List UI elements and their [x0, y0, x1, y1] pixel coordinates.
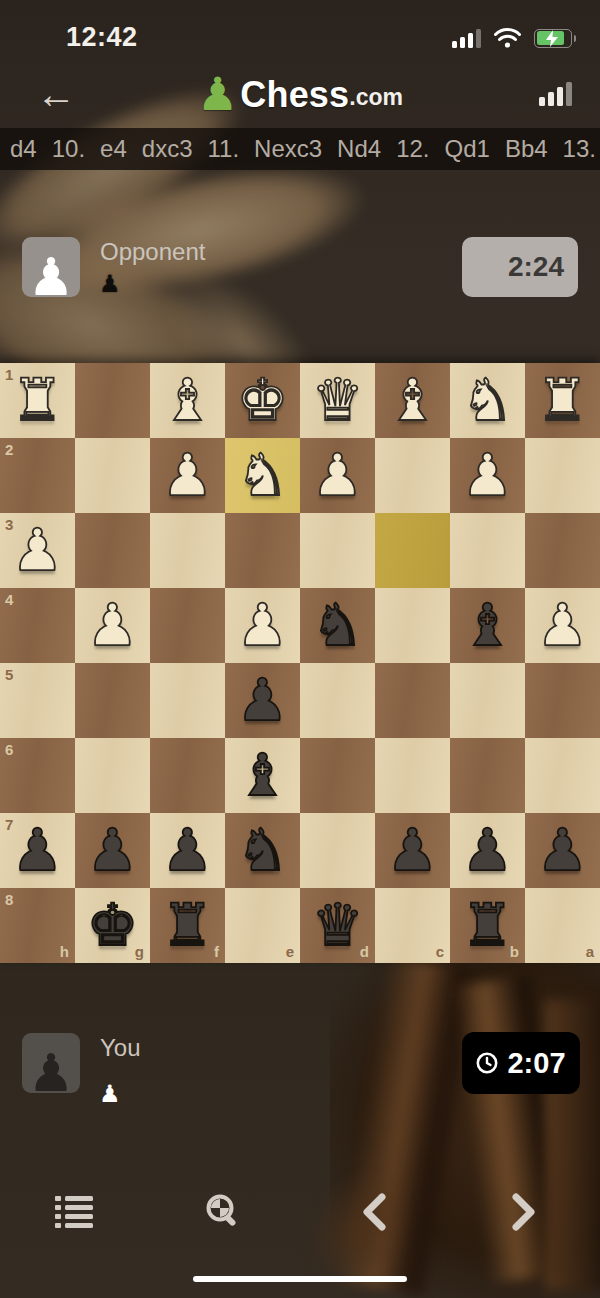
square-h5[interactable]: 5 [0, 663, 75, 738]
piece-white-pawn: ♟ [12, 513, 64, 588]
piece-black-pawn: ♟ [12, 813, 64, 888]
move-token[interactable]: 12. [396, 135, 429, 163]
piece-white-pawn: ♟ [537, 588, 589, 663]
square-h2[interactable]: 2 [0, 438, 75, 513]
you-name[interactable]: You [100, 1034, 141, 1062]
piece-black-knight: ♞ [237, 813, 289, 888]
square-b6[interactable] [450, 738, 525, 813]
square-b5[interactable] [450, 663, 525, 738]
battery-charging-icon [534, 29, 572, 48]
status-time: 12:42 [66, 22, 138, 53]
piece-white-pawn: ♟ [312, 438, 364, 513]
move-token[interactable]: Nexc3 [254, 135, 322, 163]
piece-black-rook: ♜ [162, 888, 214, 963]
square-e1[interactable]: ♚ [225, 363, 300, 438]
you-avatar-pawn-icon: ♟ [28, 1047, 75, 1093]
piece-black-bishop: ♝ [462, 588, 514, 663]
file-label-f: f [214, 944, 219, 959]
square-e2[interactable]: ♞ [225, 438, 300, 513]
piece-white-king: ♚ [237, 363, 289, 438]
square-f3[interactable] [150, 513, 225, 588]
piece-white-pawn: ♟ [87, 588, 139, 663]
photo-dark-pieces [335, 955, 476, 1295]
opponent-avatar-pawn-icon: ♟ [28, 251, 75, 297]
move-token[interactable]: Bb4 [505, 135, 548, 163]
move-list-button[interactable] [54, 1192, 94, 1232]
opponent-captured-black-pawn-icon: ♟ [99, 272, 121, 296]
square-h4[interactable]: 4 [0, 588, 75, 663]
square-h6[interactable]: 6 [0, 738, 75, 813]
square-e6[interactable]: ♝ [225, 738, 300, 813]
rank-label-5: 5 [5, 667, 13, 682]
piece-white-bishop: ♝ [387, 363, 439, 438]
rank-label-1: 1 [5, 367, 13, 382]
square-d6[interactable] [300, 738, 375, 813]
move-token[interactable]: 11. [207, 135, 239, 163]
move-token[interactable]: dxc3 [142, 135, 193, 163]
piece-black-rook: ♜ [462, 888, 514, 963]
square-g6[interactable] [75, 738, 150, 813]
analysis-magnifier-icon [204, 1192, 244, 1232]
move-list-bar[interactable]: d410.e4dxc311.Nexc3Nd412.Qd1Bb413.Ne2Nf3… [0, 128, 600, 170]
square-g7[interactable]: ♟ [75, 813, 150, 888]
square-d2[interactable]: ♟ [300, 438, 375, 513]
rank-label-6: 6 [5, 742, 13, 757]
piece-black-pawn: ♟ [387, 813, 439, 888]
previous-move-button[interactable] [354, 1192, 394, 1232]
square-g1[interactable] [75, 363, 150, 438]
home-indicator[interactable] [193, 1276, 407, 1282]
piece-white-rook: ♜ [12, 363, 64, 438]
photo-dark-pieces [330, 963, 600, 1298]
opponent-clock: 2:24 [462, 237, 578, 297]
square-a6[interactable] [525, 738, 600, 813]
piece-white-pawn: ♟ [162, 438, 214, 513]
square-e8[interactable]: e [225, 888, 300, 963]
opponent-name[interactable]: Opponent [100, 238, 205, 266]
square-c7[interactable]: ♟ [375, 813, 450, 888]
clock-icon [476, 1052, 498, 1074]
square-e3[interactable] [225, 513, 300, 588]
square-c3[interactable] [375, 513, 450, 588]
square-a5[interactable] [525, 663, 600, 738]
piece-black-pawn: ♟ [237, 663, 289, 738]
move-token[interactable]: e4 [100, 135, 127, 163]
piece-black-pawn: ♟ [537, 813, 589, 888]
square-h7[interactable]: 7♟ [0, 813, 75, 888]
logo-word: Chess [240, 74, 349, 116]
piece-black-king: ♚ [87, 888, 139, 963]
square-c4[interactable] [375, 588, 450, 663]
next-move-button[interactable] [504, 1192, 544, 1232]
piece-white-knight: ♞ [237, 438, 289, 513]
square-b2[interactable]: ♟ [450, 438, 525, 513]
photo-dark-pieces [452, 976, 568, 1284]
rank-label-4: 4 [5, 592, 13, 607]
piece-black-knight: ♞ [312, 588, 364, 663]
square-b3[interactable] [450, 513, 525, 588]
square-h3[interactable]: 3♟ [0, 513, 75, 588]
square-b4[interactable]: ♝ [450, 588, 525, 663]
square-f6[interactable] [150, 738, 225, 813]
file-label-g: g [135, 944, 144, 959]
square-e7[interactable]: ♞ [225, 813, 300, 888]
move-token[interactable]: 13. [563, 135, 596, 163]
square-f1[interactable]: ♝ [150, 363, 225, 438]
square-b7[interactable]: ♟ [450, 813, 525, 888]
square-g3[interactable] [75, 513, 150, 588]
move-token[interactable]: Qd1 [445, 135, 490, 163]
app-screen: 12:42 ← ♟ Chess .com d410.e4dxc311.Nexc3… [0, 0, 600, 1298]
piece-white-pawn: ♟ [462, 438, 514, 513]
back-button[interactable]: ← [36, 74, 76, 114]
square-d5[interactable] [300, 663, 375, 738]
square-b8[interactable]: b♜ [450, 888, 525, 963]
chesscom-logo: ♟ Chess .com [197, 72, 403, 116]
square-f7[interactable]: ♟ [150, 813, 225, 888]
piece-black-pawn: ♟ [87, 813, 139, 888]
square-f4[interactable] [150, 588, 225, 663]
square-f8[interactable]: f♜ [150, 888, 225, 963]
square-c5[interactable] [375, 663, 450, 738]
piece-white-queen: ♛ [312, 363, 364, 438]
piece-white-pawn: ♟ [237, 588, 289, 663]
square-a3[interactable] [525, 513, 600, 588]
status-icons [452, 26, 572, 50]
rank-label-3: 3 [5, 517, 13, 532]
connection-strength-icon [539, 82, 572, 106]
you-captured-white-pawn-icon: ♟ [99, 1082, 121, 1106]
file-label-e: e [286, 944, 294, 959]
rank-label-8: 8 [5, 892, 13, 907]
piece-black-queen: ♛ [312, 888, 364, 963]
you-avatar[interactable]: ♟ [22, 1033, 80, 1093]
move-token[interactable]: Nd4 [337, 135, 381, 163]
square-d1[interactable]: ♛ [300, 363, 375, 438]
square-g8[interactable]: g♚ [75, 888, 150, 963]
square-c6[interactable] [375, 738, 450, 813]
square-f2[interactable]: ♟ [150, 438, 225, 513]
file-label-a: a [586, 944, 594, 959]
file-label-c: c [436, 944, 444, 959]
square-e5[interactable]: ♟ [225, 663, 300, 738]
square-d7[interactable] [300, 813, 375, 888]
square-a8[interactable]: a [525, 888, 600, 963]
logo-suffix: .com [349, 78, 403, 116]
square-h8[interactable]: 8h [0, 888, 75, 963]
you-clock: 2:07 [462, 1032, 580, 1094]
square-e4[interactable]: ♟ [225, 588, 300, 663]
cellular-signal-icon [452, 28, 481, 48]
square-c8[interactable]: c [375, 888, 450, 963]
square-g2[interactable] [75, 438, 150, 513]
square-g5[interactable] [75, 663, 150, 738]
square-a2[interactable] [525, 438, 600, 513]
square-a1[interactable]: ♜ [525, 363, 600, 438]
move-list-icon [55, 1195, 93, 1229]
piece-black-pawn: ♟ [162, 813, 214, 888]
move-token[interactable]: d4 [10, 135, 37, 163]
piece-white-bishop: ♝ [162, 363, 214, 438]
piece-black-bishop: ♝ [237, 738, 289, 813]
piece-white-rook: ♜ [537, 363, 589, 438]
analysis-button[interactable] [204, 1192, 244, 1232]
square-a7[interactable]: ♟ [525, 813, 600, 888]
square-d4[interactable]: ♞ [300, 588, 375, 663]
rank-label-2: 2 [5, 442, 13, 457]
file-label-d: d [360, 944, 369, 959]
square-b1[interactable]: ♞ [450, 363, 525, 438]
square-h1[interactable]: 1♜ [0, 363, 75, 438]
opponent-avatar[interactable]: ♟ [22, 237, 80, 297]
rank-label-7: 7 [5, 817, 13, 832]
you-clock-time: 2:07 [507, 1047, 565, 1080]
square-d3[interactable] [300, 513, 375, 588]
piece-black-pawn: ♟ [462, 813, 514, 888]
file-label-b: b [510, 944, 519, 959]
square-d8[interactable]: d♛ [300, 888, 375, 963]
file-label-h: h [60, 944, 69, 959]
move-token[interactable]: 10. [52, 135, 85, 163]
square-c1[interactable]: ♝ [375, 363, 450, 438]
piece-white-knight: ♞ [462, 363, 514, 438]
square-f5[interactable] [150, 663, 225, 738]
wifi-icon [494, 28, 521, 48]
chess-board[interactable]: 1♜♝♚♛♝♞♜2♟♞♟♟3♟4♟♟♞♝♟5♟6♝7♟♟♟♞♟♟♟8hg♚f♜e… [0, 363, 600, 963]
logo-pawn-icon: ♟ [197, 72, 238, 116]
square-g4[interactable]: ♟ [75, 588, 150, 663]
square-c2[interactable] [375, 438, 450, 513]
square-a4[interactable]: ♟ [525, 588, 600, 663]
